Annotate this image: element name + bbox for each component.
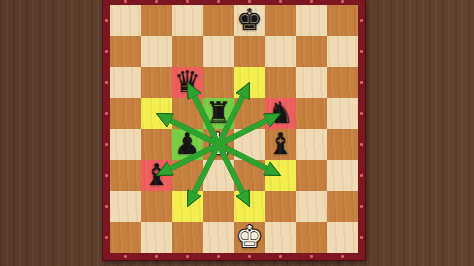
square-g4	[296, 129, 327, 160]
square-a7	[110, 36, 141, 67]
white-king-e1-piece: ♚	[236, 221, 263, 252]
square-b6	[141, 67, 172, 98]
square-g5	[296, 98, 327, 129]
square-g6	[296, 67, 327, 98]
square-h2	[327, 191, 358, 222]
square-c1	[172, 222, 203, 253]
square-d1	[203, 222, 234, 253]
square-e5	[234, 98, 265, 129]
square-b1	[141, 222, 172, 253]
square-c4: ♟	[172, 129, 203, 160]
black-knight-f5-piece: ♞	[267, 97, 294, 128]
square-g1	[296, 222, 327, 253]
square-h1	[327, 222, 358, 253]
frame-dots-bottom	[110, 253, 358, 260]
square-d7	[203, 36, 234, 67]
square-f5: ♞	[265, 98, 296, 129]
black-pawn-c4-piece: ♟	[174, 128, 201, 159]
square-c7	[172, 36, 203, 67]
square-g3	[296, 160, 327, 191]
square-f2	[265, 191, 296, 222]
square-f3	[265, 160, 296, 191]
square-e3	[234, 160, 265, 191]
black-bishop-f4-piece: ♝	[267, 128, 294, 159]
square-e4	[234, 129, 265, 160]
square-f1	[265, 222, 296, 253]
square-f6	[265, 67, 296, 98]
chessboard-frame: ♚♛♜♞♟♞♝♝♚	[103, 0, 365, 260]
square-b5	[141, 98, 172, 129]
square-e1: ♚	[234, 222, 265, 253]
square-b8	[141, 5, 172, 36]
square-b7	[141, 36, 172, 67]
square-b3: ♝	[141, 160, 172, 191]
square-c6: ♛	[172, 67, 203, 98]
black-queen-c6-piece: ♛	[174, 66, 201, 97]
square-d4: ♞	[203, 129, 234, 160]
square-d5: ♜	[203, 98, 234, 129]
square-f4: ♝	[265, 129, 296, 160]
square-c3	[172, 160, 203, 191]
black-rook-d5-piece: ♜	[205, 97, 232, 128]
square-b4	[141, 129, 172, 160]
square-e8: ♚	[234, 5, 265, 36]
square-a5	[110, 98, 141, 129]
square-f8	[265, 5, 296, 36]
square-b2	[141, 191, 172, 222]
square-d8	[203, 5, 234, 36]
square-a8	[110, 5, 141, 36]
square-g7	[296, 36, 327, 67]
square-a2	[110, 191, 141, 222]
square-d2	[203, 191, 234, 222]
square-c5	[172, 98, 203, 129]
square-h3	[327, 160, 358, 191]
square-a4	[110, 129, 141, 160]
board-squares: ♚♛♜♞♟♞♝♝♚	[110, 5, 358, 253]
square-g2	[296, 191, 327, 222]
square-c2	[172, 191, 203, 222]
square-e7	[234, 36, 265, 67]
square-h6	[327, 67, 358, 98]
square-a6	[110, 67, 141, 98]
square-g8	[296, 5, 327, 36]
square-h5	[327, 98, 358, 129]
square-d6	[203, 67, 234, 98]
frame-dots-right	[358, 5, 365, 253]
square-h8	[327, 5, 358, 36]
square-e2	[234, 191, 265, 222]
frame-dots-left	[103, 5, 110, 253]
square-h4	[327, 129, 358, 160]
square-d3	[203, 160, 234, 191]
black-bishop-b3-piece: ♝	[143, 159, 170, 190]
black-king-e8-piece: ♚	[236, 4, 263, 35]
square-e6	[234, 67, 265, 98]
square-f7	[265, 36, 296, 67]
square-h7	[327, 36, 358, 67]
square-a1	[110, 222, 141, 253]
square-c8	[172, 5, 203, 36]
white-knight-d4-piece: ♞	[205, 128, 232, 159]
square-a3	[110, 160, 141, 191]
